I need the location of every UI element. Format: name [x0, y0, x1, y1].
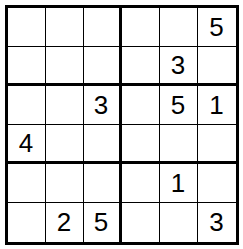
cell-r2c4[interactable]	[122, 47, 160, 86]
cell-r6c3[interactable]: 5	[84, 203, 122, 242]
cell-r2c1[interactable]	[8, 47, 46, 86]
cell-r4c3[interactable]	[84, 125, 122, 164]
cell-r5c2[interactable]	[46, 164, 84, 203]
cell-r6c1[interactable]	[8, 203, 46, 242]
cell-r4c2[interactable]	[46, 125, 84, 164]
cell-r3c1[interactable]	[8, 86, 46, 125]
cell-r1c4[interactable]	[122, 8, 160, 47]
cell-r4c5[interactable]	[160, 125, 198, 164]
cell-r6c5[interactable]	[160, 203, 198, 242]
cell-r1c2[interactable]	[46, 8, 84, 47]
cell-r3c3[interactable]: 3	[84, 86, 122, 125]
cell-r1c3[interactable]	[84, 8, 122, 47]
cell-r5c5[interactable]: 1	[160, 164, 198, 203]
cell-r3c4[interactable]	[122, 86, 160, 125]
cell-r4c1[interactable]: 4	[8, 125, 46, 164]
cell-r1c5[interactable]	[160, 8, 198, 47]
cell-r1c6[interactable]: 5	[198, 8, 236, 47]
cell-r6c2[interactable]: 2	[46, 203, 84, 242]
board-row-3: 351	[8, 86, 236, 125]
board-row-5: 1	[8, 164, 236, 203]
cell-r3c6[interactable]: 1	[198, 86, 236, 125]
cell-r4c6[interactable]	[198, 125, 236, 164]
cell-r5c4[interactable]	[122, 164, 160, 203]
cell-r1c1[interactable]	[8, 8, 46, 47]
board-row-4: 4	[8, 125, 236, 164]
cell-r2c2[interactable]	[46, 47, 84, 86]
cell-r6c6[interactable]: 3	[198, 203, 236, 242]
cell-r5c3[interactable]	[84, 164, 122, 203]
cell-r3c2[interactable]	[46, 86, 84, 125]
cell-r5c6[interactable]	[198, 164, 236, 203]
cell-r4c4[interactable]	[122, 125, 160, 164]
sudoku-page: 5335141253	[0, 0, 243, 249]
cell-r2c3[interactable]	[84, 47, 122, 86]
cell-r2c5[interactable]: 3	[160, 47, 198, 86]
cell-r5c1[interactable]	[8, 164, 46, 203]
board-row-2: 3	[8, 47, 236, 86]
board-row-6: 253	[8, 203, 236, 242]
board-row-1: 5	[8, 8, 236, 47]
cell-r3c5[interactable]: 5	[160, 86, 198, 125]
sudoku-board: 5335141253	[5, 5, 239, 245]
cell-r2c6[interactable]	[198, 47, 236, 86]
cell-r6c4[interactable]	[122, 203, 160, 242]
